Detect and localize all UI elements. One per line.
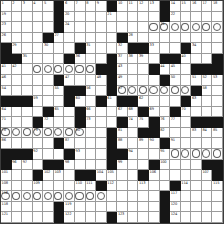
cell-6-14[interactable]: 39 <box>138 54 149 65</box>
cell-5-19[interactable]: 34 <box>191 43 202 54</box>
cell-13-20[interactable]: 84 <box>202 128 213 139</box>
cell-15-6[interactable] <box>54 149 65 160</box>
cell-7-18[interactable] <box>181 64 192 75</box>
cell-11-7[interactable] <box>64 107 75 118</box>
cell-12-16[interactable]: 76 <box>160 117 171 128</box>
cell-12-18[interactable] <box>181 117 192 128</box>
cell-15-4[interactable]: 92 <box>33 149 44 160</box>
cell-2-2[interactable] <box>12 12 23 23</box>
cell-8-19[interactable]: 51 <box>191 75 202 86</box>
cell-10-6[interactable] <box>54 96 65 107</box>
cell-21-18[interactable] <box>181 212 192 223</box>
cell-12-10[interactable] <box>96 117 107 128</box>
cell-19-1[interactable]: 116 <box>1 191 12 202</box>
cell-18-9[interactable]: 111 <box>86 181 97 192</box>
cell-16-16[interactable]: 100 <box>160 160 171 171</box>
cell-9-17[interactable] <box>170 86 181 97</box>
cell-10-17[interactable] <box>170 96 181 107</box>
cell-17-7[interactable] <box>64 170 75 181</box>
cell-15-5[interactable] <box>43 149 54 160</box>
cell-20-14[interactable] <box>138 202 149 213</box>
cell-20-17[interactable]: 120 <box>170 202 181 213</box>
cell-6-9[interactable] <box>86 54 97 65</box>
cell-11-16[interactable] <box>160 107 171 118</box>
cell-11-3[interactable] <box>22 107 33 118</box>
cell-2-12[interactable] <box>117 12 128 23</box>
cell-13-8[interactable]: 80 <box>75 128 86 139</box>
cell-9-21[interactable] <box>212 86 223 97</box>
cell-1-10[interactable]: 9 <box>96 1 107 12</box>
cell-15-9[interactable] <box>86 149 97 160</box>
cell-17-5[interactable]: 102 <box>43 170 54 181</box>
cell-9-2[interactable] <box>12 86 23 97</box>
cell-20-2[interactable] <box>12 202 23 213</box>
cell-13-19[interactable]: 83 <box>191 128 202 139</box>
cell-8-1[interactable]: 46 <box>1 75 12 86</box>
cell-21-20[interactable] <box>202 212 213 223</box>
cell-4-21[interactable] <box>212 33 223 44</box>
cell-4-18[interactable] <box>181 33 192 44</box>
cell-5-12[interactable]: 32 <box>117 43 128 54</box>
cell-7-16[interactable]: 44 <box>160 64 171 75</box>
cell-10-15[interactable] <box>149 96 160 107</box>
cell-7-5[interactable] <box>43 64 54 75</box>
cell-7-9[interactable] <box>86 64 97 75</box>
cell-2-7[interactable]: 20 <box>64 12 75 23</box>
cell-20-7[interactable]: 119 <box>64 202 75 213</box>
cell-12-2[interactable] <box>12 117 23 128</box>
cell-21-5[interactable] <box>43 212 54 223</box>
cell-10-4[interactable]: 59 <box>33 96 44 107</box>
cell-3-21[interactable] <box>212 22 223 33</box>
cell-8-17[interactable]: 50 <box>170 75 181 86</box>
cell-1-19[interactable]: 16 <box>191 1 202 12</box>
cell-3-12[interactable] <box>117 22 128 33</box>
cell-21-19[interactable] <box>191 212 202 223</box>
cell-7-7[interactable] <box>64 64 75 75</box>
cell-8-14[interactable] <box>138 75 149 86</box>
cell-16-10[interactable] <box>96 160 107 171</box>
cell-21-10[interactable] <box>96 212 107 223</box>
cell-21-15[interactable] <box>149 212 160 223</box>
cell-14-15[interactable]: 90 <box>149 138 160 149</box>
cell-3-16[interactable]: 25 <box>160 22 171 33</box>
cell-21-1[interactable]: 121 <box>1 212 12 223</box>
cell-4-1[interactable]: 26 <box>1 33 12 44</box>
cell-14-13[interactable] <box>128 138 139 149</box>
cell-19-11[interactable] <box>107 191 118 202</box>
cell-8-20[interactable]: 52 <box>202 75 213 86</box>
cell-11-12[interactable]: 67 <box>117 107 128 118</box>
cell-5-9[interactable]: 31 <box>86 43 97 54</box>
cell-4-2[interactable] <box>12 33 23 44</box>
cell-6-4[interactable] <box>33 54 44 65</box>
cell-15-18[interactable] <box>181 149 192 160</box>
cell-11-4[interactable] <box>33 107 44 118</box>
cell-3-11[interactable] <box>107 22 118 33</box>
cell-3-5[interactable] <box>43 22 54 33</box>
cell-19-21[interactable] <box>212 191 223 202</box>
cell-5-20[interactable] <box>202 43 213 54</box>
cell-13-10[interactable] <box>96 128 107 139</box>
cell-21-17[interactable]: 124 <box>170 212 181 223</box>
cell-18-20[interactable] <box>202 181 213 192</box>
cell-18-2[interactable] <box>12 181 23 192</box>
cell-9-16[interactable] <box>160 86 171 97</box>
cell-21-8[interactable] <box>75 212 86 223</box>
cell-1-2[interactable]: 2 <box>12 1 23 12</box>
cell-15-13[interactable]: 94 <box>128 149 139 160</box>
cell-2-14[interactable] <box>138 12 149 23</box>
cell-18-8[interactable]: 110 <box>75 181 86 192</box>
cell-17-10[interactable]: 104 <box>96 170 107 181</box>
cell-19-12[interactable] <box>117 191 128 202</box>
cell-19-4[interactable] <box>33 191 44 202</box>
cell-16-3[interactable]: 97 <box>22 160 33 171</box>
cell-2-11[interactable]: 21 <box>107 12 118 23</box>
cell-3-1[interactable]: 23 <box>1 22 12 33</box>
cell-7-13[interactable] <box>128 64 139 75</box>
cell-20-10[interactable] <box>96 202 107 213</box>
cell-8-5[interactable] <box>43 75 54 86</box>
cell-16-2[interactable]: 96 <box>12 160 23 171</box>
cell-13-5[interactable] <box>43 128 54 139</box>
cell-8-18[interactable] <box>181 75 192 86</box>
cell-5-7[interactable] <box>64 43 75 54</box>
cell-6-8[interactable]: 36 <box>75 54 86 65</box>
cell-13-1[interactable]: 78 <box>1 128 12 139</box>
cell-15-21[interactable] <box>212 149 223 160</box>
cell-12-9[interactable]: 73 <box>86 117 97 128</box>
cell-1-14[interactable]: 12 <box>138 1 149 12</box>
cell-9-9[interactable]: 56 <box>86 86 97 97</box>
cell-1-1[interactable]: 1 <box>1 1 12 12</box>
cell-6-3[interactable]: 35 <box>22 54 33 65</box>
cell-11-18[interactable]: 70 <box>181 107 192 118</box>
cell-5-21[interactable] <box>212 43 223 54</box>
cell-4-6[interactable]: 27 <box>54 33 65 44</box>
cell-20-4[interactable] <box>33 202 44 213</box>
cell-7-6[interactable] <box>54 64 65 75</box>
cell-11-19[interactable] <box>191 107 202 118</box>
cell-21-14[interactable] <box>138 212 149 223</box>
cell-18-13[interactable] <box>128 181 139 192</box>
cell-4-17[interactable] <box>170 33 181 44</box>
cell-20-9[interactable] <box>86 202 97 213</box>
cell-14-18[interactable] <box>181 138 192 149</box>
cell-3-18[interactable] <box>181 22 192 33</box>
cell-15-16[interactable]: 95 <box>160 149 171 160</box>
cell-14-21[interactable] <box>212 138 223 149</box>
cell-4-15[interactable] <box>149 33 160 44</box>
cell-18-14[interactable]: 113 <box>138 181 149 192</box>
cell-17-12[interactable] <box>117 170 128 181</box>
cell-19-7[interactable] <box>64 191 75 202</box>
cell-3-14[interactable] <box>138 22 149 33</box>
cell-7-3[interactable] <box>22 64 33 75</box>
cell-15-8[interactable]: 93 <box>75 149 86 160</box>
cell-18-18[interactable]: 114 <box>181 181 192 192</box>
cell-8-8[interactable] <box>75 75 86 86</box>
cell-7-8[interactable] <box>75 64 86 75</box>
cell-14-1[interactable]: 86 <box>1 138 12 149</box>
cell-3-2[interactable] <box>12 22 23 33</box>
cell-4-4[interactable] <box>33 33 44 44</box>
cell-4-8[interactable] <box>75 33 86 44</box>
cell-10-16[interactable] <box>160 96 171 107</box>
cell-12-14[interactable]: 75 <box>138 117 149 128</box>
cell-1-3[interactable]: 3 <box>22 1 33 12</box>
cell-5-6[interactable] <box>54 43 65 54</box>
cell-16-9[interactable] <box>86 160 97 171</box>
cell-18-16[interactable] <box>160 181 171 192</box>
cell-14-9[interactable] <box>86 138 97 149</box>
cell-19-18[interactable] <box>181 191 192 202</box>
cell-7-12[interactable]: 43 <box>117 64 128 75</box>
cell-4-3[interactable] <box>22 33 33 44</box>
cell-16-13[interactable] <box>128 160 139 171</box>
cell-14-20[interactable] <box>202 138 213 149</box>
cell-1-7[interactable]: 6 <box>64 1 75 12</box>
cell-17-19[interactable] <box>191 170 202 181</box>
cell-21-9[interactable] <box>86 212 97 223</box>
cell-21-3[interactable] <box>22 212 33 223</box>
cell-3-20[interactable] <box>202 22 213 33</box>
cell-2-20[interactable] <box>202 12 213 23</box>
cell-4-14[interactable] <box>138 33 149 44</box>
cell-3-9[interactable] <box>86 22 97 33</box>
cell-6-18[interactable]: 40 <box>181 54 192 65</box>
cell-13-4[interactable]: 79 <box>33 128 44 139</box>
cell-18-11[interactable]: 112 <box>107 181 118 192</box>
cell-9-4[interactable] <box>33 86 44 97</box>
cell-17-13[interactable] <box>128 170 139 181</box>
cell-20-19[interactable] <box>191 202 202 213</box>
cell-12-13[interactable]: 74 <box>128 117 139 128</box>
cell-2-21[interactable] <box>212 12 223 23</box>
cell-15-19[interactable] <box>191 149 202 160</box>
cell-10-9[interactable] <box>86 96 97 107</box>
cell-7-1[interactable]: 41 <box>1 64 12 75</box>
cell-17-16[interactable] <box>160 170 171 181</box>
cell-9-3[interactable] <box>22 86 33 97</box>
cell-16-18[interactable] <box>181 160 192 171</box>
cell-16-8[interactable] <box>75 160 86 171</box>
cell-4-13[interactable]: 28 <box>128 33 139 44</box>
cell-10-21[interactable] <box>212 96 223 107</box>
cell-9-14[interactable] <box>138 86 149 97</box>
cell-3-15[interactable] <box>149 22 160 33</box>
cell-2-4[interactable] <box>33 12 44 23</box>
cell-8-12[interactable]: 49 <box>117 75 128 86</box>
cell-14-14[interactable]: 89 <box>138 138 149 149</box>
cell-14-2[interactable] <box>12 138 23 149</box>
cell-19-3[interactable] <box>22 191 33 202</box>
cell-21-2[interactable] <box>12 212 23 223</box>
cell-17-6[interactable]: 103 <box>54 170 65 181</box>
cell-17-11[interactable]: 105 <box>107 170 118 181</box>
cell-6-20[interactable] <box>202 54 213 65</box>
cell-21-7[interactable]: 122 <box>64 212 75 223</box>
cell-12-17[interactable]: 77 <box>170 117 181 128</box>
cell-15-17[interactable] <box>170 149 181 160</box>
cell-5-17[interactable] <box>170 43 181 54</box>
cell-5-11[interactable] <box>107 43 118 54</box>
cell-14-8[interactable] <box>75 138 86 149</box>
cell-2-8[interactable] <box>75 12 86 23</box>
cell-9-12[interactable]: 57 <box>117 86 128 97</box>
cell-15-15[interactable] <box>149 149 160 160</box>
cell-8-21[interactable]: 53 <box>212 75 223 86</box>
cell-9-13[interactable] <box>128 86 139 97</box>
cell-9-6[interactable]: 55 <box>54 86 65 97</box>
cell-19-5[interactable] <box>43 191 54 202</box>
cell-6-10[interactable] <box>96 54 107 65</box>
cell-2-1[interactable]: 19 <box>1 12 12 23</box>
cell-13-6[interactable] <box>54 128 65 139</box>
cell-11-9[interactable]: 66 <box>86 107 97 118</box>
cell-5-3[interactable] <box>22 43 33 54</box>
cell-5-10[interactable] <box>96 43 107 54</box>
cell-4-9[interactable] <box>86 33 97 44</box>
cell-12-11[interactable] <box>107 117 118 128</box>
cell-9-10[interactable] <box>96 86 107 97</box>
cell-1-5[interactable]: 5 <box>43 1 54 12</box>
cell-4-19[interactable] <box>191 33 202 44</box>
cell-14-12[interactable]: 88 <box>117 138 128 149</box>
cell-19-17[interactable]: 117 <box>170 191 181 202</box>
cell-2-10[interactable] <box>96 12 107 23</box>
cell-18-21[interactable]: 115 <box>212 181 223 192</box>
cell-7-17[interactable]: 45 <box>170 64 181 75</box>
cell-8-13[interactable] <box>128 75 139 86</box>
cell-19-14[interactable] <box>138 191 149 202</box>
cell-18-1[interactable]: 108 <box>1 181 12 192</box>
cell-17-18[interactable] <box>181 170 192 181</box>
cell-4-11[interactable] <box>107 33 118 44</box>
cell-19-20[interactable] <box>202 191 213 202</box>
cell-18-6[interactable] <box>54 181 65 192</box>
cell-20-15[interactable] <box>149 202 160 213</box>
cell-2-9[interactable] <box>86 12 97 23</box>
cell-11-6[interactable]: 65 <box>54 107 65 118</box>
cell-4-16[interactable] <box>160 33 171 44</box>
cell-13-21[interactable]: 85 <box>212 128 223 139</box>
cell-20-20[interactable] <box>202 202 213 213</box>
cell-17-3[interactable] <box>22 170 33 181</box>
cell-17-17[interactable] <box>170 170 181 181</box>
cell-1-9[interactable]: 8 <box>86 1 97 12</box>
cell-5-5[interactable]: 30 <box>43 43 54 54</box>
cell-4-10[interactable] <box>96 33 107 44</box>
cell-14-4[interactable] <box>33 138 44 149</box>
cell-12-5[interactable]: 72 <box>43 117 54 128</box>
cell-12-7[interactable] <box>64 117 75 128</box>
cell-2-17[interactable]: 22 <box>170 12 181 23</box>
cell-9-20[interactable]: 58 <box>202 86 213 97</box>
cell-5-16[interactable] <box>160 43 171 54</box>
cell-8-4[interactable] <box>33 75 44 86</box>
cell-6-12[interactable]: 37 <box>117 54 128 65</box>
cell-16-4[interactable] <box>33 160 44 171</box>
cell-11-2[interactable] <box>12 107 23 118</box>
cell-5-2[interactable]: 29 <box>12 43 23 54</box>
cell-14-19[interactable] <box>191 138 202 149</box>
cell-2-13[interactable] <box>128 12 139 23</box>
cell-7-2[interactable]: 42 <box>12 64 23 75</box>
cell-1-17[interactable]: 14 <box>170 1 181 12</box>
cell-9-1[interactable]: 54 <box>1 86 12 97</box>
cell-11-21[interactable] <box>212 107 223 118</box>
cell-20-21[interactable] <box>212 202 223 213</box>
cell-10-5[interactable] <box>43 96 54 107</box>
cell-13-13[interactable] <box>128 128 139 139</box>
cell-16-12[interactable]: 99 <box>117 160 128 171</box>
cell-8-7[interactable]: 47 <box>64 75 75 86</box>
cell-20-1[interactable]: 118 <box>1 202 12 213</box>
cell-16-7[interactable]: 98 <box>64 160 75 171</box>
cell-2-3[interactable] <box>22 12 33 23</box>
cell-17-2[interactable] <box>12 170 23 181</box>
cell-13-3[interactable] <box>22 128 33 139</box>
cell-20-12[interactable] <box>117 202 128 213</box>
cell-7-14[interactable] <box>138 64 149 75</box>
cell-8-2[interactable] <box>12 75 23 86</box>
cell-3-17[interactable] <box>170 22 181 33</box>
cell-7-4[interactable] <box>33 64 44 75</box>
cell-19-2[interactable] <box>12 191 23 202</box>
cell-19-10[interactable] <box>96 191 107 202</box>
cell-11-13[interactable]: 68 <box>128 107 139 118</box>
cell-1-13[interactable]: 11 <box>128 1 139 12</box>
cell-20-5[interactable] <box>43 202 54 213</box>
cell-9-5[interactable] <box>43 86 54 97</box>
cell-13-17[interactable] <box>170 128 181 139</box>
cell-1-4[interactable]: 4 <box>33 1 44 12</box>
cell-2-19[interactable] <box>191 12 202 23</box>
cell-21-21[interactable] <box>212 212 223 223</box>
cell-13-12[interactable]: 81 <box>117 128 128 139</box>
cell-10-20[interactable] <box>202 96 213 107</box>
cell-11-11[interactable] <box>107 107 118 118</box>
cell-6-13[interactable]: 38 <box>128 54 139 65</box>
cell-6-6[interactable] <box>54 54 65 65</box>
cell-10-8[interactable]: 60 <box>75 96 86 107</box>
cell-3-7[interactable]: 24 <box>64 22 75 33</box>
cell-17-1[interactable]: 101 <box>1 170 12 181</box>
cell-3-13[interactable] <box>128 22 139 33</box>
cell-3-19[interactable] <box>191 22 202 33</box>
cell-16-17[interactable] <box>170 160 181 171</box>
cell-12-1[interactable]: 71 <box>1 117 12 128</box>
cell-18-5[interactable] <box>43 181 54 192</box>
cell-6-15[interactable] <box>149 54 160 65</box>
cell-1-15[interactable]: 13 <box>149 1 160 12</box>
cell-1-20[interactable]: 17 <box>202 1 213 12</box>
cell-20-18[interactable] <box>181 202 192 213</box>
cell-3-3[interactable] <box>22 22 33 33</box>
cell-14-5[interactable] <box>43 138 54 149</box>
cell-1-12[interactable]: 10 <box>117 1 128 12</box>
cell-17-15[interactable]: 106 <box>149 170 160 181</box>
cell-12-3[interactable] <box>22 117 33 128</box>
cell-14-17[interactable]: 91 <box>170 138 181 149</box>
cell-11-10[interactable] <box>96 107 107 118</box>
cell-2-18[interactable] <box>181 12 192 23</box>
cell-19-9[interactable] <box>86 191 97 202</box>
cell-19-19[interactable] <box>191 191 202 202</box>
cell-13-16[interactable]: 82 <box>160 128 171 139</box>
